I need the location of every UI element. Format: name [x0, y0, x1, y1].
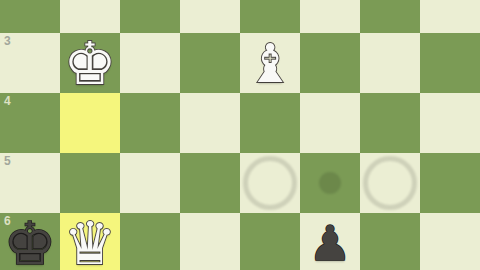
black-pawn-c6[interactable]: ♟	[300, 213, 360, 270]
square-b3[interactable]	[360, 33, 420, 93]
capture-hint-ring-d5[interactable]	[243, 156, 297, 210]
white-king-g3[interactable]: ♚	[60, 33, 120, 93]
rank-label-3: 3	[4, 35, 11, 47]
square-b5[interactable]	[360, 153, 420, 213]
square-d6[interactable]	[240, 213, 300, 270]
square-h6[interactable]: 6♚	[0, 213, 60, 270]
square-f4[interactable]	[120, 93, 180, 153]
white-queen-g6[interactable]: ♛	[60, 213, 120, 270]
square-e2[interactable]	[180, 0, 240, 33]
square-a6[interactable]	[420, 213, 480, 270]
square-c3[interactable]	[300, 33, 360, 93]
square-h5[interactable]: 5	[0, 153, 60, 213]
black-king-h6[interactable]: ♚	[0, 213, 60, 270]
move-hint-dot-c5[interactable]	[319, 172, 341, 194]
square-d3[interactable]: ♝	[240, 33, 300, 93]
rank-label-5: 5	[4, 155, 11, 167]
square-g6[interactable]: ♛	[60, 213, 120, 270]
chess-board-viewport: 3♚♝456♚♛♟	[0, 0, 480, 270]
square-e5[interactable]	[180, 153, 240, 213]
square-d2[interactable]	[240, 0, 300, 33]
square-f6[interactable]	[120, 213, 180, 270]
square-a4[interactable]	[420, 93, 480, 153]
square-f5[interactable]	[120, 153, 180, 213]
square-a5[interactable]	[420, 153, 480, 213]
square-c4[interactable]	[300, 93, 360, 153]
rank-label-4: 4	[4, 95, 11, 107]
square-e4[interactable]	[180, 93, 240, 153]
square-b4[interactable]	[360, 93, 420, 153]
white-bishop-d3[interactable]: ♝	[240, 33, 300, 93]
square-h3[interactable]: 3	[0, 33, 60, 93]
square-c6[interactable]: ♟	[300, 213, 360, 270]
square-g3[interactable]: ♚	[60, 33, 120, 93]
square-b2[interactable]	[360, 0, 420, 33]
square-g5[interactable]	[60, 153, 120, 213]
square-c2[interactable]	[300, 0, 360, 33]
square-a3[interactable]	[420, 33, 480, 93]
square-a2[interactable]	[420, 0, 480, 33]
square-c5[interactable]	[300, 153, 360, 213]
square-d4[interactable]	[240, 93, 300, 153]
square-e6[interactable]	[180, 213, 240, 270]
chess-board: 3♚♝456♚♛♟	[0, 0, 480, 270]
square-f2[interactable]	[120, 0, 180, 33]
square-g4[interactable]	[60, 93, 120, 153]
square-e3[interactable]	[180, 33, 240, 93]
square-h2[interactable]	[0, 0, 60, 33]
square-b6[interactable]	[360, 213, 420, 270]
square-f3[interactable]	[120, 33, 180, 93]
capture-hint-ring-b5[interactable]	[363, 156, 417, 210]
square-d5[interactable]	[240, 153, 300, 213]
square-h4[interactable]: 4	[0, 93, 60, 153]
